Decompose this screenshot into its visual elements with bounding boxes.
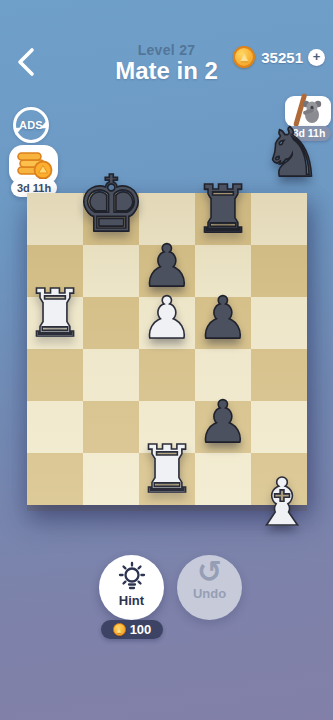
square-r2c3[interactable] — [83, 349, 139, 401]
white-rook[interactable]: ♜ — [137, 437, 196, 503]
hint-label: Hint — [99, 593, 164, 608]
ads-button[interactable]: ADS — [13, 107, 49, 143]
undo-button[interactable]: ↺ Undo — [177, 555, 242, 620]
square-r1c4[interactable] — [27, 401, 83, 453]
app-screen: Level 27 Mate in 2 ▲ 35251 + ADS 3d 11h … — [0, 0, 333, 720]
coin-stack-icon — [13, 147, 55, 181]
square-r1c3[interactable] — [83, 401, 139, 453]
square-r5c4[interactable] — [27, 193, 83, 245]
white-rook[interactable]: ♜ — [25, 281, 84, 347]
square-r3c3[interactable] — [83, 297, 139, 349]
coin-icon: ▲ — [233, 46, 255, 68]
coin-icon-small: ▲ — [113, 623, 126, 636]
black-knight-offboard[interactable]: ♞ — [262, 119, 323, 187]
add-coins-button[interactable]: + — [308, 49, 325, 66]
hint-cost: 100 — [130, 622, 152, 637]
square-r0c1[interactable] — [195, 453, 251, 505]
square-r5c0[interactable] — [251, 193, 307, 245]
white-pawn[interactable]: ♟ — [141, 289, 193, 347]
square-r4c3[interactable] — [83, 245, 139, 297]
coin-counter[interactable]: ▲ 35251 + — [233, 45, 325, 69]
undo-icon: ↺ — [177, 555, 242, 589]
square-r4c0[interactable] — [251, 245, 307, 297]
square-r2c0[interactable] — [251, 349, 307, 401]
hint-button[interactable]: Hint — [99, 555, 164, 620]
square-r1c0[interactable] — [251, 401, 307, 453]
coin-balance: 35251 — [261, 49, 303, 66]
hint-bulb-icon — [115, 561, 149, 593]
square-r2c4[interactable] — [27, 349, 83, 401]
black-pawn[interactable]: ♟ — [197, 289, 249, 347]
square-r3c0[interactable] — [251, 297, 307, 349]
square-r2c2[interactable] — [139, 349, 195, 401]
square-r0c3[interactable] — [83, 453, 139, 505]
white-bishop-offboard[interactable]: ♝ — [252, 470, 311, 536]
square-r0c4[interactable] — [27, 453, 83, 505]
hint-cost-pill: ▲ 100 — [101, 620, 163, 639]
black-king[interactable]: ♚ — [76, 165, 146, 243]
undo-label: Undo — [177, 586, 242, 601]
black-rook[interactable]: ♜ — [193, 177, 252, 243]
black-pawn[interactable]: ♟ — [197, 393, 249, 451]
